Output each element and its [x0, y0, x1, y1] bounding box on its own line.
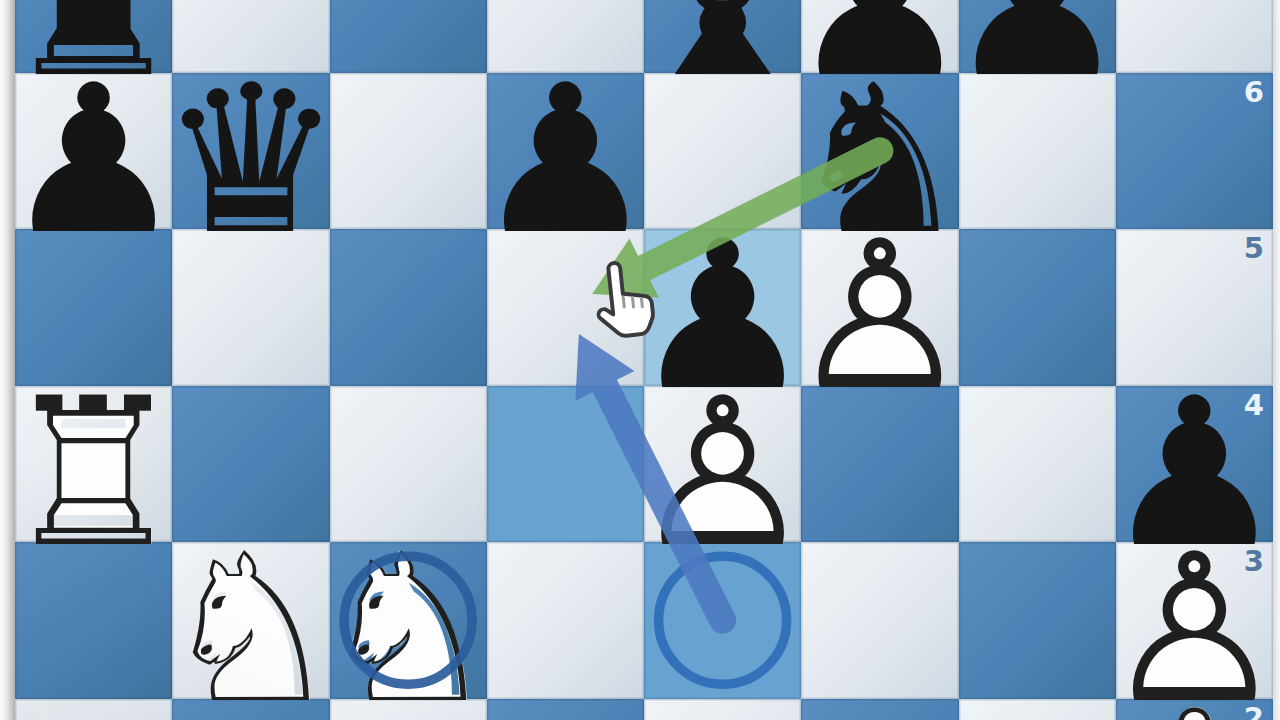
piece-black-pawn-d6[interactable]: ♟ [487, 73, 644, 230]
square-a4[interactable]: ♜♖ [15, 386, 172, 543]
square-g5[interactable] [959, 229, 1116, 386]
square-h2[interactable]: 2♝♗ [1116, 699, 1273, 720]
square-g7[interactable]: ♟ [959, 0, 1116, 73]
square-c7[interactable] [330, 0, 487, 73]
square-b3[interactable]: ♞♘ [172, 542, 329, 699]
square-h6[interactable]: 6 [1116, 73, 1273, 230]
piece-white-knight-c3[interactable]: ♞♘ [330, 542, 487, 699]
square-g3[interactable] [959, 542, 1116, 699]
square-c6[interactable] [330, 73, 487, 230]
square-d4[interactable] [487, 386, 644, 543]
piece-black-pawn-g7[interactable]: ♟ [959, 0, 1116, 73]
square-d6[interactable]: ♟ [487, 73, 644, 230]
piece-white-bishop-h2[interactable]: ♝♗ [1116, 699, 1273, 720]
screenshot-viewport: ♜♝♟♟♟♛♟♞6♟♟♙5♜♖♟♙4♟♞♘♞♘3♟♙2♝♗ [0, 0, 1280, 720]
rank-label-6: 6 [1244, 78, 1264, 107]
square-f5[interactable]: ♟♙ [801, 229, 958, 386]
square-d3[interactable] [487, 542, 644, 699]
piece-white-pawn-e4[interactable]: ♟♙ [644, 386, 801, 543]
square-g4[interactable] [959, 386, 1116, 543]
square-h7[interactable] [1116, 0, 1273, 73]
square-d2[interactable] [487, 699, 644, 720]
piece-white-pawn-f5[interactable]: ♟♙ [801, 229, 958, 386]
square-a2[interactable] [15, 699, 172, 720]
square-g2[interactable] [959, 699, 1116, 720]
square-e2[interactable] [644, 699, 801, 720]
square-f3[interactable] [801, 542, 958, 699]
square-c5[interactable] [330, 229, 487, 386]
piece-white-knight-b3[interactable]: ♞♘ [172, 542, 329, 699]
piece-white-rook-a4[interactable]: ♜♖ [15, 386, 172, 543]
square-f2[interactable] [801, 699, 958, 720]
piece-black-queen-b6[interactable]: ♛ [172, 73, 329, 230]
chess-board: ♜♝♟♟♟♛♟♞6♟♟♙5♜♖♟♙4♟♞♘♞♘3♟♙2♝♗ [15, 0, 1273, 720]
square-b6[interactable]: ♛ [172, 73, 329, 230]
square-e7[interactable]: ♝ [644, 0, 801, 73]
square-e4[interactable]: ♟♙ [644, 386, 801, 543]
rank-label-5: 5 [1244, 234, 1264, 263]
piece-black-bishop-e7[interactable]: ♝ [644, 0, 801, 73]
piece-black-pawn-a6[interactable]: ♟ [15, 73, 172, 230]
square-a6[interactable]: ♟ [15, 73, 172, 230]
square-c3[interactable]: ♞♘ [330, 542, 487, 699]
